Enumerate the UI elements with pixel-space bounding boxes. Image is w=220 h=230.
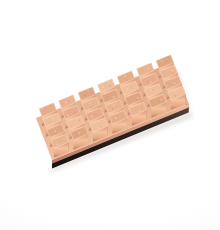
fin-texture-speckle	[102, 86, 104, 88]
fin-texture-speckle	[109, 85, 111, 87]
fin-texture-speckle	[147, 81, 149, 83]
fin-texture-speckle	[95, 114, 97, 116]
fin-texture-speckle	[150, 89, 152, 91]
fin-texture-speckle	[161, 60, 163, 62]
fin-texture-speckle	[141, 107, 143, 109]
fin-texture-speckle	[106, 96, 108, 98]
fin-texture-speckle	[87, 90, 89, 92]
fin-texture-speckle	[68, 100, 70, 102]
fin-texture-speckle	[174, 90, 176, 92]
fin-texture-speckle	[126, 79, 128, 81]
fin-texture-speckle	[171, 69, 173, 71]
fin-texture-speckle	[137, 97, 139, 99]
fin-texture-speckle	[67, 114, 69, 116]
heatsink-scene	[0, 0, 220, 230]
heatsink-product-photo	[0, 0, 220, 230]
fin-texture-speckle	[137, 99, 139, 101]
fin-texture-speckle	[43, 109, 45, 111]
fin-texture-speckle	[166, 60, 168, 62]
fin-texture-speckle	[158, 101, 160, 103]
fin-texture-speckle	[173, 82, 175, 84]
fin-texture-speckle	[55, 133, 57, 135]
fin-texture-speckle	[52, 117, 54, 119]
fin-texture-speckle	[74, 112, 76, 114]
fin-texture-speckle	[91, 106, 93, 108]
fin-texture-speckle	[113, 104, 115, 106]
fin-texture-speckle	[60, 141, 62, 143]
fin-texture-speckle	[76, 119, 78, 121]
fin-texture-speckle	[56, 143, 58, 145]
fin-texture-speckle	[89, 103, 91, 105]
fin-texture-speckle	[160, 98, 162, 100]
fin-texture-speckle	[147, 68, 149, 70]
fin-texture-speckle	[112, 108, 114, 110]
fin-texture-speckle	[113, 96, 115, 98]
fin-texture-speckle	[152, 89, 154, 91]
fin-texture-speckle	[49, 121, 51, 123]
fin-texture-speckle	[124, 75, 126, 77]
photo-canvas	[0, 0, 220, 230]
fin-texture-speckle	[78, 120, 80, 122]
fin-texture-speckle	[78, 132, 80, 134]
fin-texture-speckle	[139, 110, 141, 112]
fin-texture-speckle	[175, 95, 177, 97]
fin-texture-speckle	[65, 101, 67, 103]
fin-texture-speckle	[126, 88, 128, 90]
fin-texture-speckle	[149, 81, 151, 83]
fin-texture-speckle	[77, 135, 79, 137]
fin-texture-speckle	[130, 87, 132, 89]
fin-texture-speckle	[141, 69, 143, 71]
fin-texture-speckle	[172, 72, 174, 74]
fin-texture-speckle	[54, 130, 56, 132]
fin-texture-speckle	[169, 83, 171, 85]
fin-texture-speckle	[84, 94, 86, 96]
fin-texture-speckle	[116, 116, 118, 118]
fin-texture-speckle	[91, 115, 93, 117]
fin-texture-speckle	[101, 126, 103, 128]
